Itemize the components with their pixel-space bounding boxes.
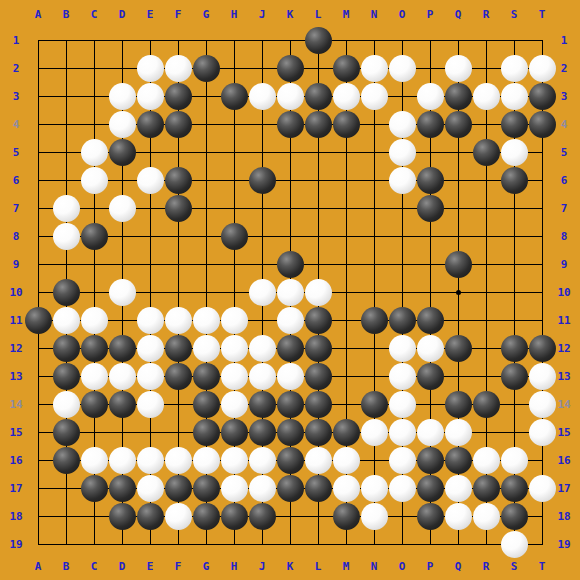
intersection-H15[interactable]: ● [220,418,248,446]
intersection-K18[interactable] [276,502,304,530]
white-stone-M16[interactable]: ○ [333,447,360,474]
intersection-J6[interactable]: ● [248,166,276,194]
intersection-H2[interactable] [220,54,248,82]
white-stone-C11[interactable]: ○ [81,307,108,334]
white-stone-O15[interactable]: ○ [389,419,416,446]
intersection-J4[interactable] [248,110,276,138]
intersection-A13[interactable] [24,362,52,390]
intersection-B4[interactable] [52,110,80,138]
intersection-F18[interactable]: ○ [164,502,192,530]
intersection-C7[interactable] [80,194,108,222]
intersection-F8[interactable] [164,222,192,250]
intersection-Q5[interactable] [444,138,472,166]
black-stone-K17[interactable]: ● [277,475,304,502]
intersection-T12[interactable]: ● [528,334,556,362]
intersection-E8[interactable] [136,222,164,250]
black-stone-D5[interactable]: ● [109,139,136,166]
black-stone-L17[interactable]: ● [305,475,332,502]
black-stone-B13[interactable]: ● [53,363,80,390]
intersection-Q1[interactable] [444,26,472,54]
white-stone-J13[interactable]: ○ [249,363,276,390]
intersection-S9[interactable] [500,250,528,278]
intersection-P16[interactable]: ● [416,446,444,474]
white-stone-E12[interactable]: ○ [137,335,164,362]
white-stone-D13[interactable]: ○ [109,363,136,390]
white-stone-R16[interactable]: ○ [473,447,500,474]
intersection-P19[interactable] [416,530,444,558]
intersection-H3[interactable]: ● [220,82,248,110]
white-stone-B14[interactable]: ○ [53,391,80,418]
white-stone-S16[interactable]: ○ [501,447,528,474]
intersection-S16[interactable]: ○ [500,446,528,474]
intersection-L10[interactable]: ○ [304,278,332,306]
white-stone-O16[interactable]: ○ [389,447,416,474]
intersection-C14[interactable]: ● [80,390,108,418]
intersection-E18[interactable]: ● [136,502,164,530]
intersection-B5[interactable] [52,138,80,166]
black-stone-L11[interactable]: ● [305,307,332,334]
intersection-R19[interactable] [472,530,500,558]
white-stone-O13[interactable]: ○ [389,363,416,390]
intersection-R15[interactable] [472,418,500,446]
intersection-D4[interactable]: ○ [108,110,136,138]
intersection-L14[interactable]: ● [304,390,332,418]
intersection-H6[interactable] [220,166,248,194]
white-stone-H17[interactable]: ○ [221,475,248,502]
intersection-N14[interactable]: ● [360,390,388,418]
intersection-S17[interactable]: ● [500,474,528,502]
intersection-R18[interactable]: ○ [472,502,500,530]
intersection-O3[interactable] [388,82,416,110]
intersection-N16[interactable] [360,446,388,474]
intersection-F16[interactable]: ○ [164,446,192,474]
intersection-B9[interactable] [52,250,80,278]
white-stone-H12[interactable]: ○ [221,335,248,362]
white-stone-F2[interactable]: ○ [165,55,192,82]
white-stone-L16[interactable]: ○ [305,447,332,474]
black-stone-J14[interactable]: ● [249,391,276,418]
black-stone-B16[interactable]: ● [53,447,80,474]
black-stone-M18[interactable]: ● [333,503,360,530]
intersection-C2[interactable] [80,54,108,82]
intersection-B14[interactable]: ○ [52,390,80,418]
intersection-A6[interactable] [24,166,52,194]
intersection-S4[interactable]: ● [500,110,528,138]
intersection-G2[interactable]: ● [192,54,220,82]
intersection-P10[interactable] [416,278,444,306]
intersection-J2[interactable] [248,54,276,82]
intersection-S2[interactable]: ○ [500,54,528,82]
intersection-S19[interactable]: ○ [500,530,528,558]
black-stone-P4[interactable]: ● [417,111,444,138]
intersection-L19[interactable] [304,530,332,558]
intersection-C10[interactable] [80,278,108,306]
intersection-B11[interactable]: ○ [52,306,80,334]
intersection-K14[interactable]: ● [276,390,304,418]
black-stone-G18[interactable]: ● [193,503,220,530]
intersection-H8[interactable]: ● [220,222,248,250]
black-stone-R17[interactable]: ● [473,475,500,502]
white-stone-E3[interactable]: ○ [137,83,164,110]
intersection-T8[interactable] [528,222,556,250]
white-stone-T2[interactable]: ○ [529,55,556,82]
black-stone-B10[interactable]: ● [53,279,80,306]
intersection-F3[interactable]: ● [164,82,192,110]
intersection-T15[interactable]: ○ [528,418,556,446]
black-stone-K12[interactable]: ● [277,335,304,362]
intersection-H14[interactable]: ○ [220,390,248,418]
intersection-M10[interactable] [332,278,360,306]
intersection-C1[interactable] [80,26,108,54]
black-stone-R5[interactable]: ● [473,139,500,166]
intersection-G16[interactable]: ○ [192,446,220,474]
white-stone-D10[interactable]: ○ [109,279,136,306]
intersection-M3[interactable]: ○ [332,82,360,110]
intersection-F1[interactable] [164,26,192,54]
black-stone-L4[interactable]: ● [305,111,332,138]
intersection-A5[interactable] [24,138,52,166]
black-stone-M4[interactable]: ● [333,111,360,138]
white-stone-Q2[interactable]: ○ [445,55,472,82]
black-stone-H8[interactable]: ● [221,223,248,250]
intersection-L2[interactable] [304,54,332,82]
black-stone-F12[interactable]: ● [165,335,192,362]
intersection-O11[interactable]: ● [388,306,416,334]
intersection-R2[interactable] [472,54,500,82]
intersection-R14[interactable]: ● [472,390,500,418]
intersection-F7[interactable]: ● [164,194,192,222]
white-stone-C13[interactable]: ○ [81,363,108,390]
intersection-L8[interactable] [304,222,332,250]
intersection-A8[interactable] [24,222,52,250]
intersection-H16[interactable]: ○ [220,446,248,474]
white-stone-O6[interactable]: ○ [389,167,416,194]
intersection-T17[interactable]: ○ [528,474,556,502]
black-stone-L15[interactable]: ● [305,419,332,446]
black-stone-F13[interactable]: ● [165,363,192,390]
intersection-P17[interactable]: ● [416,474,444,502]
intersection-D8[interactable] [108,222,136,250]
intersection-N4[interactable] [360,110,388,138]
intersection-D16[interactable]: ○ [108,446,136,474]
intersection-C12[interactable]: ● [80,334,108,362]
intersection-N10[interactable] [360,278,388,306]
black-stone-K9[interactable]: ● [277,251,304,278]
black-stone-F6[interactable]: ● [165,167,192,194]
intersection-A1[interactable] [24,26,52,54]
intersection-K8[interactable] [276,222,304,250]
intersection-N8[interactable] [360,222,388,250]
white-stone-N18[interactable]: ○ [361,503,388,530]
intersection-O4[interactable]: ○ [388,110,416,138]
intersection-H12[interactable]: ○ [220,334,248,362]
intersection-F2[interactable]: ○ [164,54,192,82]
white-stone-D3[interactable]: ○ [109,83,136,110]
white-stone-K11[interactable]: ○ [277,307,304,334]
intersection-J16[interactable]: ○ [248,446,276,474]
white-stone-H16[interactable]: ○ [221,447,248,474]
black-stone-P11[interactable]: ● [417,307,444,334]
white-stone-E16[interactable]: ○ [137,447,164,474]
white-stone-Q15[interactable]: ○ [445,419,472,446]
white-stone-F16[interactable]: ○ [165,447,192,474]
intersection-A9[interactable] [24,250,52,278]
intersection-C4[interactable] [80,110,108,138]
white-stone-S19[interactable]: ○ [501,531,528,558]
intersection-K4[interactable]: ● [276,110,304,138]
intersection-L17[interactable]: ● [304,474,332,502]
white-stone-D16[interactable]: ○ [109,447,136,474]
intersection-L4[interactable]: ● [304,110,332,138]
intersection-C6[interactable]: ○ [80,166,108,194]
intersection-D13[interactable]: ○ [108,362,136,390]
intersection-M12[interactable] [332,334,360,362]
intersection-Q14[interactable]: ● [444,390,472,418]
white-stone-P15[interactable]: ○ [417,419,444,446]
intersection-D10[interactable]: ○ [108,278,136,306]
intersection-H18[interactable]: ● [220,502,248,530]
black-stone-Q3[interactable]: ● [445,83,472,110]
intersection-D14[interactable]: ● [108,390,136,418]
white-stone-N15[interactable]: ○ [361,419,388,446]
intersection-K19[interactable] [276,530,304,558]
intersection-B19[interactable] [52,530,80,558]
black-stone-Q9[interactable]: ● [445,251,472,278]
intersection-N6[interactable] [360,166,388,194]
intersection-J7[interactable] [248,194,276,222]
intersection-E5[interactable] [136,138,164,166]
intersection-L18[interactable] [304,502,332,530]
intersection-R17[interactable]: ● [472,474,500,502]
intersection-F10[interactable] [164,278,192,306]
black-stone-G13[interactable]: ● [193,363,220,390]
intersection-S18[interactable]: ● [500,502,528,530]
intersection-P9[interactable] [416,250,444,278]
black-stone-R14[interactable]: ● [473,391,500,418]
intersection-M18[interactable]: ● [332,502,360,530]
intersection-K13[interactable]: ○ [276,362,304,390]
white-stone-T13[interactable]: ○ [529,363,556,390]
intersection-G4[interactable] [192,110,220,138]
intersection-T16[interactable] [528,446,556,474]
intersection-Q15[interactable]: ○ [444,418,472,446]
black-stone-J6[interactable]: ● [249,167,276,194]
white-stone-M17[interactable]: ○ [333,475,360,502]
intersection-M7[interactable] [332,194,360,222]
black-stone-N11[interactable]: ● [361,307,388,334]
black-stone-S12[interactable]: ● [501,335,528,362]
black-stone-O11[interactable]: ● [389,307,416,334]
intersection-S6[interactable]: ● [500,166,528,194]
black-stone-S18[interactable]: ● [501,503,528,530]
white-stone-K3[interactable]: ○ [277,83,304,110]
intersection-E17[interactable]: ○ [136,474,164,502]
intersection-L16[interactable]: ○ [304,446,332,474]
white-stone-G12[interactable]: ○ [193,335,220,362]
intersection-D7[interactable]: ○ [108,194,136,222]
intersection-A18[interactable] [24,502,52,530]
black-stone-K2[interactable]: ● [277,55,304,82]
intersection-G15[interactable]: ● [192,418,220,446]
intersection-K15[interactable]: ● [276,418,304,446]
intersection-C5[interactable]: ○ [80,138,108,166]
intersection-H11[interactable]: ○ [220,306,248,334]
intersection-D12[interactable]: ● [108,334,136,362]
intersection-S15[interactable] [500,418,528,446]
intersection-K1[interactable] [276,26,304,54]
intersection-E16[interactable]: ○ [136,446,164,474]
intersection-G9[interactable] [192,250,220,278]
intersection-S14[interactable] [500,390,528,418]
black-stone-P17[interactable]: ● [417,475,444,502]
intersection-L6[interactable] [304,166,332,194]
black-stone-F7[interactable]: ● [165,195,192,222]
intersection-T18[interactable] [528,502,556,530]
intersection-P8[interactable] [416,222,444,250]
intersection-R7[interactable] [472,194,500,222]
intersection-H5[interactable] [220,138,248,166]
intersection-Q19[interactable] [444,530,472,558]
black-stone-T3[interactable]: ● [529,83,556,110]
intersection-C16[interactable]: ○ [80,446,108,474]
white-stone-H11[interactable]: ○ [221,307,248,334]
intersection-N2[interactable]: ○ [360,54,388,82]
intersection-R10[interactable] [472,278,500,306]
intersection-Q8[interactable] [444,222,472,250]
intersection-S5[interactable]: ○ [500,138,528,166]
intersection-L7[interactable] [304,194,332,222]
black-stone-G14[interactable]: ● [193,391,220,418]
intersection-J18[interactable]: ● [248,502,276,530]
intersection-R4[interactable] [472,110,500,138]
intersection-S1[interactable] [500,26,528,54]
intersection-A16[interactable] [24,446,52,474]
intersection-E7[interactable] [136,194,164,222]
intersection-T19[interactable] [528,530,556,558]
black-stone-S6[interactable]: ● [501,167,528,194]
intersection-Q13[interactable] [444,362,472,390]
intersection-O6[interactable]: ○ [388,166,416,194]
intersection-C13[interactable]: ○ [80,362,108,390]
intersection-Q4[interactable]: ● [444,110,472,138]
intersection-J10[interactable]: ○ [248,278,276,306]
intersection-J9[interactable] [248,250,276,278]
intersection-N13[interactable] [360,362,388,390]
intersection-E9[interactable] [136,250,164,278]
intersection-P4[interactable]: ● [416,110,444,138]
intersection-H17[interactable]: ○ [220,474,248,502]
intersection-R13[interactable] [472,362,500,390]
intersection-L5[interactable] [304,138,332,166]
intersection-E15[interactable] [136,418,164,446]
intersection-N12[interactable] [360,334,388,362]
intersection-E3[interactable]: ○ [136,82,164,110]
intersection-H10[interactable] [220,278,248,306]
intersection-F19[interactable] [164,530,192,558]
intersection-H9[interactable] [220,250,248,278]
intersection-T6[interactable] [528,166,556,194]
intersection-N1[interactable] [360,26,388,54]
black-stone-Q16[interactable]: ● [445,447,472,474]
intersection-O10[interactable] [388,278,416,306]
black-stone-Q12[interactable]: ● [445,335,472,362]
black-stone-P6[interactable]: ● [417,167,444,194]
black-stone-E4[interactable]: ● [137,111,164,138]
white-stone-C16[interactable]: ○ [81,447,108,474]
intersection-J17[interactable]: ○ [248,474,276,502]
intersection-D9[interactable] [108,250,136,278]
intersection-S7[interactable] [500,194,528,222]
white-stone-O4[interactable]: ○ [389,111,416,138]
white-stone-Q17[interactable]: ○ [445,475,472,502]
black-stone-F4[interactable]: ● [165,111,192,138]
intersection-G13[interactable]: ● [192,362,220,390]
intersection-B8[interactable]: ○ [52,222,80,250]
intersection-B17[interactable] [52,474,80,502]
intersection-E14[interactable]: ○ [136,390,164,418]
intersection-F5[interactable] [164,138,192,166]
white-stone-S2[interactable]: ○ [501,55,528,82]
intersection-K2[interactable]: ● [276,54,304,82]
intersection-E10[interactable] [136,278,164,306]
white-stone-D4[interactable]: ○ [109,111,136,138]
intersection-G18[interactable]: ● [192,502,220,530]
intersection-O15[interactable]: ○ [388,418,416,446]
white-stone-P3[interactable]: ○ [417,83,444,110]
intersection-R16[interactable]: ○ [472,446,500,474]
white-stone-K10[interactable]: ○ [277,279,304,306]
intersection-P12[interactable]: ○ [416,334,444,362]
black-stone-G2[interactable]: ● [193,55,220,82]
white-stone-B7[interactable]: ○ [53,195,80,222]
intersection-T7[interactable] [528,194,556,222]
intersection-O17[interactable]: ○ [388,474,416,502]
white-stone-T14[interactable]: ○ [529,391,556,418]
intersection-M6[interactable] [332,166,360,194]
black-stone-G17[interactable]: ● [193,475,220,502]
intersection-T10[interactable] [528,278,556,306]
black-stone-P18[interactable]: ● [417,503,444,530]
intersection-G6[interactable] [192,166,220,194]
intersection-M5[interactable] [332,138,360,166]
intersection-J12[interactable]: ○ [248,334,276,362]
intersection-N9[interactable] [360,250,388,278]
intersection-G12[interactable]: ○ [192,334,220,362]
white-stone-G11[interactable]: ○ [193,307,220,334]
white-stone-S3[interactable]: ○ [501,83,528,110]
intersection-C11[interactable]: ○ [80,306,108,334]
black-stone-K14[interactable]: ● [277,391,304,418]
intersection-R5[interactable]: ● [472,138,500,166]
intersection-C8[interactable]: ● [80,222,108,250]
intersection-R1[interactable] [472,26,500,54]
black-stone-S13[interactable]: ● [501,363,528,390]
intersection-L1[interactable]: ● [304,26,332,54]
intersection-L11[interactable]: ● [304,306,332,334]
intersection-A14[interactable] [24,390,52,418]
intersection-J15[interactable]: ● [248,418,276,446]
white-stone-S5[interactable]: ○ [501,139,528,166]
intersection-G19[interactable] [192,530,220,558]
white-stone-R18[interactable]: ○ [473,503,500,530]
intersection-B12[interactable]: ● [52,334,80,362]
white-stone-Q18[interactable]: ○ [445,503,472,530]
intersection-J14[interactable]: ● [248,390,276,418]
intersection-J1[interactable] [248,26,276,54]
intersection-A10[interactable] [24,278,52,306]
intersection-G8[interactable] [192,222,220,250]
intersection-D2[interactable] [108,54,136,82]
